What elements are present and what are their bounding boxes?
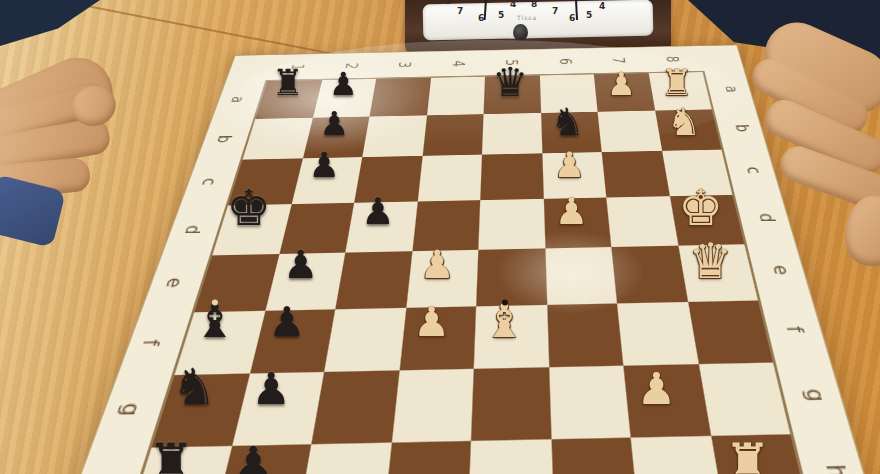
square-h6[interactable] [551, 437, 639, 474]
file-label-left-b: b [214, 135, 233, 143]
white-rook-h8[interactable]: ♜ [724, 436, 772, 474]
square-f7[interactable] [617, 301, 698, 365]
white-rook-a8[interactable]: ♜ [661, 65, 693, 101]
clock-left-dial-number-7: 7 [457, 6, 463, 16]
rank-label-top-4: 4 [450, 60, 466, 67]
square-f8[interactable] [687, 300, 773, 364]
square-h7[interactable] [631, 435, 725, 474]
black-knight-g1[interactable]: ♞ [172, 362, 217, 412]
file-label-left-e: e [162, 278, 185, 288]
file-label-left-c: c [198, 178, 218, 185]
square-b1[interactable] [243, 117, 313, 159]
square-h3[interactable] [297, 442, 391, 474]
black-rook-a1[interactable]: ♜ [272, 65, 304, 101]
square-g3[interactable] [311, 370, 399, 443]
square-a3[interactable] [370, 78, 431, 116]
clock-brand-text: Tissa [517, 14, 537, 21]
square-b5[interactable] [482, 113, 542, 155]
white-bishop-f5[interactable]: ♝ [483, 298, 525, 345]
black-pawn-d3[interactable]: ♟ [361, 194, 394, 231]
table-plank-seam [58, 0, 353, 59]
file-label-right-c: c [743, 167, 762, 174]
square-h5[interactable] [468, 439, 553, 474]
square-g4[interactable] [391, 369, 474, 442]
square-d7[interactable] [606, 196, 678, 247]
square-b3[interactable] [362, 115, 426, 157]
chessboard: 12345678abcdefghabcdefgh [32, 45, 880, 474]
black-rook-h1[interactable]: ♜ [147, 436, 195, 474]
file-label-right-e: e [769, 265, 791, 275]
rank-label-top-7: 7 [610, 57, 626, 64]
white-pawn-g7[interactable]: ♟ [637, 367, 676, 411]
clock-left-dial-number-5: 5 [498, 10, 504, 20]
square-e7[interactable] [611, 246, 687, 303]
square-e6[interactable] [545, 247, 617, 304]
black-bishop-f1[interactable]: ♝ [193, 298, 235, 345]
square-g6[interactable] [549, 366, 631, 439]
clock-right-dial-number-4: 4 [599, 1, 605, 11]
clock-right-dial-number-6: 6 [569, 13, 575, 23]
square-d5[interactable] [478, 198, 545, 249]
file-label-left-d: d [181, 225, 203, 235]
clock-left-dial-number-4: 4 [510, 0, 516, 9]
file-label-right-h: h [822, 464, 850, 474]
square-c7[interactable] [602, 151, 670, 197]
rank-label-top-3: 3 [396, 62, 412, 69]
square-b4[interactable] [422, 114, 483, 156]
rank-label-top-6: 6 [557, 58, 573, 65]
square-f3[interactable] [324, 307, 406, 372]
clock-right-dial-number-5: 5 [586, 10, 592, 20]
photo-stage: 8765487654 Tissa 12345678abcdefghabcdefg… [0, 0, 880, 474]
file-label-left-a: a [228, 96, 246, 103]
black-queen-a5[interactable]: ♛ [492, 62, 528, 102]
clock-left-dial-number-8: 8 [445, 0, 451, 6]
file-label-right-f: f [782, 326, 804, 333]
black-pawn-a2[interactable]: ♟ [329, 69, 358, 101]
square-c4[interactable] [417, 155, 482, 201]
square-e3[interactable] [335, 251, 411, 309]
file-label-left-g: g [116, 403, 143, 416]
file-label-right-g: g [802, 389, 828, 402]
bishop-finial [212, 299, 218, 305]
black-pawn-b2[interactable]: ♟ [320, 107, 350, 140]
clock-right-dial-number-7: 7 [552, 6, 558, 16]
white-pawn-d6[interactable]: ♟ [555, 194, 588, 231]
square-a4[interactable] [427, 77, 485, 115]
black-pawn-f2[interactable]: ♟ [269, 302, 306, 343]
black-knight-b6[interactable]: ♞ [550, 103, 584, 141]
file-label-right-a: a [722, 86, 740, 93]
square-f6[interactable] [547, 303, 624, 367]
white-king-d8[interactable]: ♚ [678, 183, 723, 233]
black-pawn-e2[interactable]: ♟ [283, 245, 318, 284]
black-pawn-g2[interactable]: ♟ [252, 367, 291, 411]
clock-lever-knob [513, 24, 528, 41]
square-g8[interactable] [698, 363, 790, 436]
square-g5[interactable] [471, 367, 551, 440]
square-h4[interactable] [382, 440, 471, 474]
white-knight-b8[interactable]: ♞ [667, 103, 701, 141]
file-label-left-f: f [138, 339, 161, 346]
white-queen-e8[interactable]: ♛ [688, 237, 732, 286]
white-pawn-f4[interactable]: ♟ [413, 302, 450, 343]
clock-right-dial-number-8: 8 [531, 0, 537, 9]
black-pawn-c2[interactable]: ♟ [309, 148, 340, 183]
black-king-d1[interactable]: ♚ [226, 183, 271, 233]
bishop-finial [502, 299, 508, 305]
file-label-right-b: b [732, 124, 751, 132]
white-pawn-e4[interactable]: ♟ [420, 245, 455, 284]
square-b7[interactable] [598, 110, 662, 152]
square-c5[interactable] [480, 153, 543, 199]
white-pawn-c6[interactable]: ♟ [554, 148, 585, 183]
black-pawn-h2[interactable]: ♟ [232, 441, 274, 474]
left-player-sleeve [0, 0, 100, 46]
file-label-right-d: d [756, 213, 777, 222]
white-pawn-a7[interactable]: ♟ [607, 69, 636, 101]
